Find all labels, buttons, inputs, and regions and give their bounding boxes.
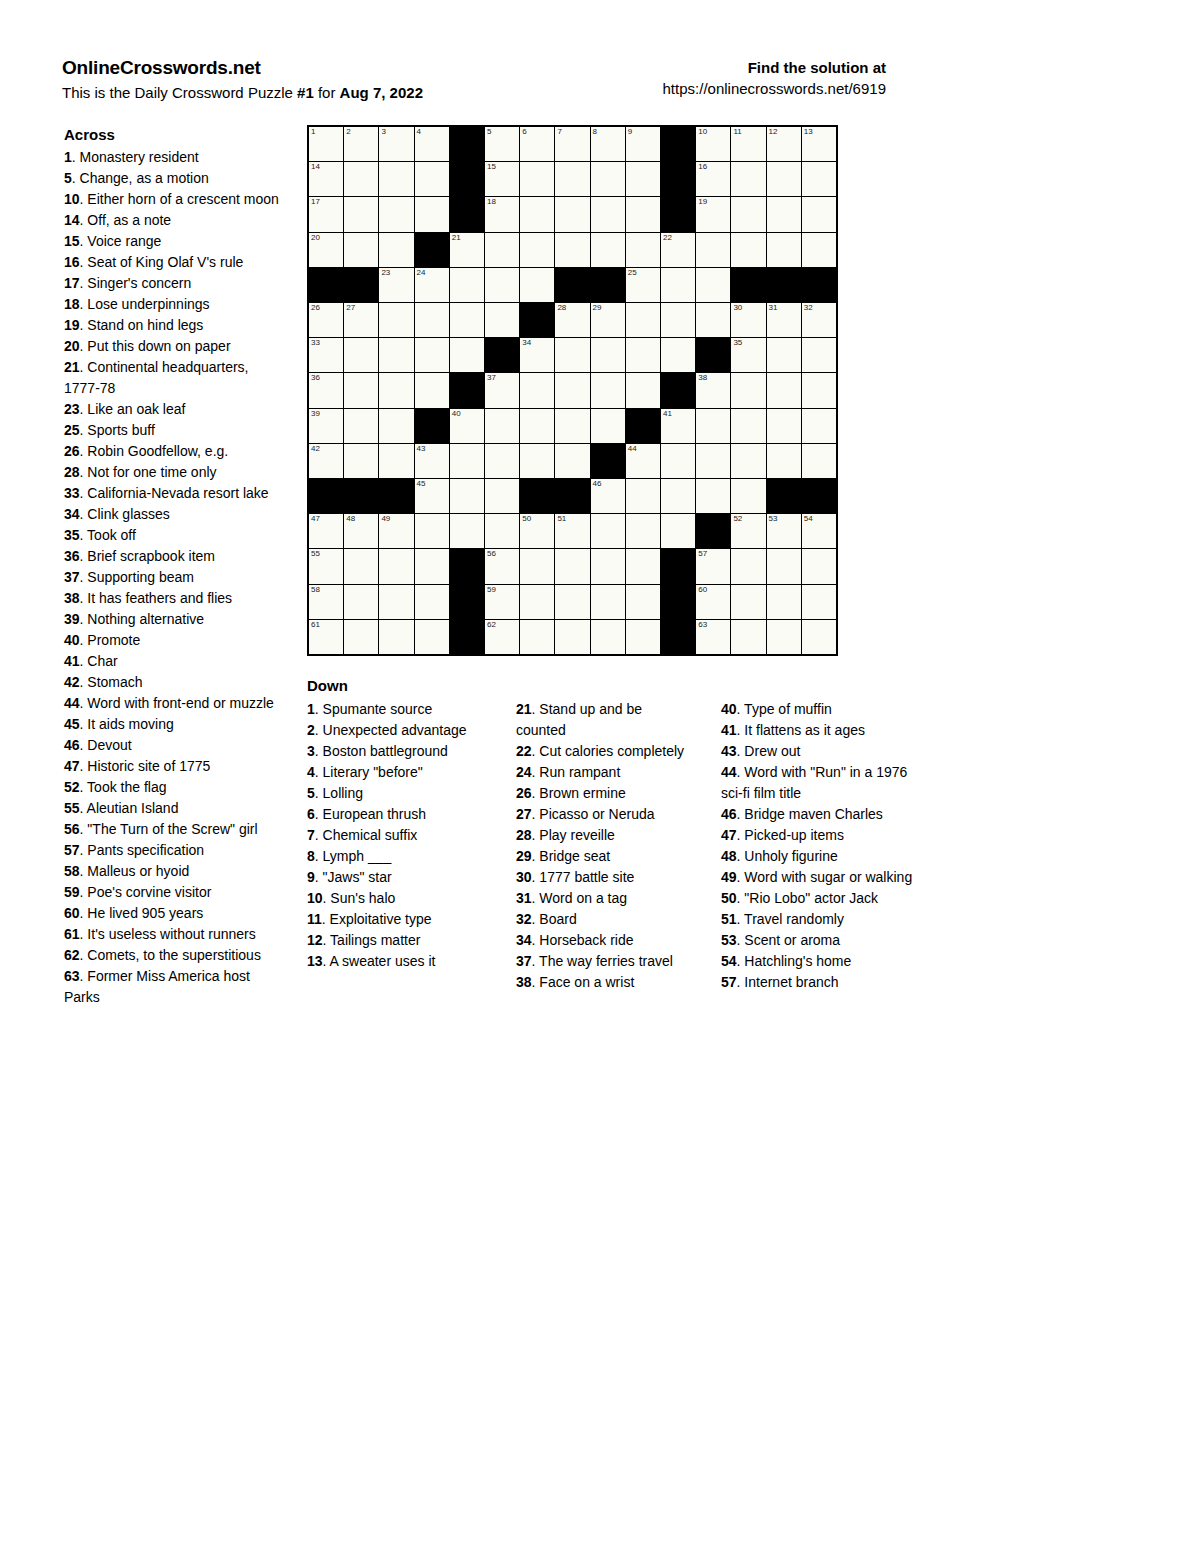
grid-cell	[520, 233, 554, 267]
clue-item: 34. Clink glasses	[64, 504, 282, 525]
clue-item: 1. Monastery resident	[64, 147, 282, 168]
grid-cell	[626, 338, 660, 372]
grid-cell	[802, 620, 836, 654]
grid-cell	[555, 197, 589, 231]
grid-cell-black	[731, 268, 765, 302]
grid-cell	[767, 549, 801, 583]
clue-number: 38	[516, 974, 532, 990]
clue-item: 27. Picasso or Neruda	[516, 804, 694, 825]
grid-cell	[661, 479, 695, 513]
cell-number: 51	[557, 514, 566, 524]
clue-number: 57	[64, 842, 80, 858]
clue-number: 19	[64, 317, 80, 333]
grid-cell	[767, 338, 801, 372]
cell-number: 39	[311, 409, 320, 419]
clue-item: 28. Play reveille	[516, 825, 694, 846]
grid-cell	[344, 620, 378, 654]
grid-cell: 28	[555, 303, 589, 337]
cell-number: 5	[487, 127, 491, 137]
grid-cell-black	[309, 479, 343, 513]
grid-cell	[344, 409, 378, 443]
solution-label: Find the solution at	[663, 59, 886, 76]
grid-cell	[344, 373, 378, 407]
cell-number: 24	[417, 268, 426, 278]
grid-cell-black	[696, 514, 730, 548]
grid-cell	[555, 233, 589, 267]
clue-number: 21	[516, 701, 532, 717]
grid-cell	[520, 549, 554, 583]
grid-cell	[485, 479, 519, 513]
grid-cell	[555, 585, 589, 619]
grid-cell	[379, 620, 413, 654]
grid-cell	[731, 162, 765, 196]
grid-cell	[626, 233, 660, 267]
grid-cell	[767, 162, 801, 196]
cell-number: 11	[733, 127, 741, 137]
cell-number: 25	[628, 268, 637, 278]
grid-cell	[591, 514, 625, 548]
clue-item: 46. Devout	[64, 735, 282, 756]
grid-cell	[661, 268, 695, 302]
clue-item: 57. Internet branch	[721, 972, 916, 993]
grid-cell	[767, 444, 801, 478]
down-clue-list-col1: 1. Spumante source2. Unexpected advantag…	[307, 699, 475, 972]
grid-cell	[626, 303, 660, 337]
grid-cell	[731, 620, 765, 654]
grid-cell	[520, 444, 554, 478]
grid-cell	[661, 444, 695, 478]
grid-cell	[696, 444, 730, 478]
grid-cell	[661, 514, 695, 548]
cell-number: 37	[487, 373, 496, 383]
clue-number: 48	[721, 848, 737, 864]
site-title: OnlineCrosswords.net	[62, 57, 261, 79]
cell-number: 18	[487, 197, 496, 207]
grid-cell	[555, 620, 589, 654]
cell-number: 14	[311, 162, 320, 172]
cell-number: 55	[311, 549, 320, 559]
grid-cell	[591, 585, 625, 619]
grid-cell	[379, 585, 413, 619]
grid-cell: 4	[415, 127, 449, 161]
grid-cell	[415, 197, 449, 231]
grid-cell: 13	[802, 127, 836, 161]
grid-cell	[591, 162, 625, 196]
clue-item: 38. Face on a wrist	[516, 972, 694, 993]
clue-number: 20	[64, 338, 80, 354]
grid-cell: 35	[731, 338, 765, 372]
grid-cell	[731, 409, 765, 443]
cell-number: 54	[804, 514, 813, 524]
clue-number: 15	[64, 233, 80, 249]
grid-cell-black	[767, 268, 801, 302]
grid-cell: 59	[485, 585, 519, 619]
cell-number: 8	[593, 127, 597, 137]
grid-cell	[415, 373, 449, 407]
grid-cell	[520, 620, 554, 654]
grid-cell	[731, 444, 765, 478]
grid-cell	[520, 268, 554, 302]
grid-cell	[344, 162, 378, 196]
grid-cell	[379, 444, 413, 478]
clue-number: 25	[64, 422, 80, 438]
grid-cell	[379, 373, 413, 407]
grid-cell	[696, 303, 730, 337]
clue-item: 51. Travel randomly	[721, 909, 916, 930]
clue-number: 55	[64, 800, 80, 816]
grid-cell: 20	[309, 233, 343, 267]
clue-item: 26. Brown ermine	[516, 783, 694, 804]
grid-cell: 37	[485, 373, 519, 407]
grid-cell-black	[450, 549, 484, 583]
clue-item: 8. Lymph ___	[307, 846, 475, 867]
grid-cell: 34	[520, 338, 554, 372]
clue-item: 43. Drew out	[721, 741, 916, 762]
grid-cell	[555, 338, 589, 372]
cell-number: 38	[698, 373, 707, 383]
cell-number: 53	[769, 514, 778, 524]
down-title: Down	[307, 677, 348, 694]
clue-item: 23. Like an oak leaf	[64, 399, 282, 420]
clue-item: 25. Sports buff	[64, 420, 282, 441]
grid-cell	[344, 585, 378, 619]
grid-cell	[555, 162, 589, 196]
grid-cell-black	[802, 268, 836, 302]
grid-cell: 27	[344, 303, 378, 337]
clue-number: 8	[307, 848, 315, 864]
clue-number: 10	[307, 890, 323, 906]
clue-number: 37	[516, 953, 532, 969]
grid-cell	[344, 197, 378, 231]
grid-cell: 31	[767, 303, 801, 337]
clue-item: 63. Former Miss America host Parks	[64, 966, 282, 1008]
cell-number: 9	[628, 127, 632, 137]
grid-cell: 23	[379, 268, 413, 302]
clue-number: 32	[516, 911, 532, 927]
clue-number: 46	[721, 806, 737, 822]
grid-cell: 60	[696, 585, 730, 619]
grid-cell	[767, 409, 801, 443]
clue-number: 46	[64, 737, 80, 753]
clue-number: 38	[64, 590, 80, 606]
grid-cell	[344, 338, 378, 372]
clue-number: 26	[64, 443, 80, 459]
grid-cell	[731, 479, 765, 513]
grid-cell	[520, 197, 554, 231]
clue-number: 50	[721, 890, 737, 906]
across-title: Across	[64, 126, 115, 143]
clue-item: 10. Sun's halo	[307, 888, 475, 909]
grid-cell	[731, 197, 765, 231]
subtitle-prefix: This is the Daily Crossword Puzzle	[62, 84, 297, 101]
grid-cell	[555, 409, 589, 443]
grid-cell	[661, 338, 695, 372]
clue-number: 45	[64, 716, 80, 732]
grid-cell	[591, 620, 625, 654]
grid-cell-black	[520, 303, 554, 337]
grid-cell	[485, 303, 519, 337]
grid-cell	[767, 233, 801, 267]
clue-number: 53	[721, 932, 737, 948]
clue-item: 7. Chemical suffix	[307, 825, 475, 846]
clue-number: 34	[64, 506, 80, 522]
grid-cell: 39	[309, 409, 343, 443]
cell-number: 21	[452, 233, 461, 243]
grid-cell	[485, 233, 519, 267]
grid-cell	[626, 479, 660, 513]
clue-number: 1	[307, 701, 315, 717]
clue-item: 10. Either horn of a crescent moon	[64, 189, 282, 210]
grid-cell	[731, 373, 765, 407]
grid-cell-black	[450, 585, 484, 619]
clue-number: 17	[64, 275, 80, 291]
clue-item: 45. It aids moving	[64, 714, 282, 735]
clue-number: 33	[64, 485, 80, 501]
clue-number: 57	[721, 974, 737, 990]
grid-cell: 53	[767, 514, 801, 548]
grid-cell	[696, 233, 730, 267]
clue-item: 33. California-Nevada resort lake	[64, 483, 282, 504]
clue-number: 11	[307, 911, 322, 927]
clue-number: 3	[307, 743, 315, 759]
grid-cell: 7	[555, 127, 589, 161]
grid-cell	[450, 338, 484, 372]
clue-item: 47. Historic site of 1775	[64, 756, 282, 777]
clue-item: 37. Supporting beam	[64, 567, 282, 588]
grid-cell-black	[379, 479, 413, 513]
cell-number: 43	[417, 444, 426, 454]
clue-number: 26	[516, 785, 532, 801]
clue-number: 4	[307, 764, 315, 780]
grid-cell-black	[450, 620, 484, 654]
grid-cell: 11	[731, 127, 765, 161]
clue-item: 11. Exploitative type	[307, 909, 475, 930]
cell-number: 17	[311, 197, 320, 207]
clue-item: 52. Took the flag	[64, 777, 282, 798]
clue-item: 15. Voice range	[64, 231, 282, 252]
cell-number: 33	[311, 338, 320, 348]
clue-item: 21. Stand up and be counted	[516, 699, 694, 741]
clue-number: 36	[64, 548, 80, 564]
grid-cell	[802, 373, 836, 407]
cell-number: 46	[593, 479, 602, 489]
cell-number: 45	[417, 479, 426, 489]
clue-item: 57. Pants specification	[64, 840, 282, 861]
cell-number: 36	[311, 373, 320, 383]
grid-cell: 56	[485, 549, 519, 583]
down-clue-list-col2: 21. Stand up and be counted22. Cut calor…	[516, 699, 694, 993]
clue-item: 58. Malleus or hyoid	[64, 861, 282, 882]
grid-cell	[520, 585, 554, 619]
clue-number: 23	[64, 401, 80, 417]
cell-number: 59	[487, 585, 496, 595]
cell-number: 56	[487, 549, 496, 559]
clue-item: 22. Cut calories completely	[516, 741, 694, 762]
grid-cell: 44	[626, 444, 660, 478]
grid-cell	[450, 303, 484, 337]
grid-cell	[379, 338, 413, 372]
clue-item: 28. Not for one time only	[64, 462, 282, 483]
grid-cell: 61	[309, 620, 343, 654]
grid-cell	[802, 409, 836, 443]
grid-cell-black	[661, 127, 695, 161]
clue-item: 5. Lolling	[307, 783, 475, 804]
grid-cell	[415, 514, 449, 548]
grid-cell: 2	[344, 127, 378, 161]
cell-number: 2	[346, 127, 350, 137]
clue-item: 37. The way ferries travel	[516, 951, 694, 972]
cell-number: 32	[804, 303, 813, 313]
grid-cell	[450, 268, 484, 302]
clue-item: 42. Stomach	[64, 672, 282, 693]
clue-number: 47	[721, 827, 737, 843]
grid-cell-black	[344, 268, 378, 302]
clue-item: 29. Bridge seat	[516, 846, 694, 867]
grid-cell: 57	[696, 549, 730, 583]
cell-number: 13	[804, 127, 813, 137]
cell-number: 34	[522, 338, 531, 348]
clue-item: 16. Seat of King Olaf V's rule	[64, 252, 282, 273]
clue-item: 20. Put this down on paper	[64, 336, 282, 357]
grid-cell-black	[555, 479, 589, 513]
grid-cell-black	[450, 127, 484, 161]
grid-cell: 33	[309, 338, 343, 372]
grid-cell-black	[450, 373, 484, 407]
grid-cell: 38	[696, 373, 730, 407]
grid-cell: 22	[661, 233, 695, 267]
grid-cell: 50	[520, 514, 554, 548]
grid-cell	[591, 197, 625, 231]
grid-cell	[520, 373, 554, 407]
clue-item: 12. Tailings matter	[307, 930, 475, 951]
grid-cell: 49	[379, 514, 413, 548]
grid-cell-black	[591, 444, 625, 478]
grid-cell: 55	[309, 549, 343, 583]
clue-item: 53. Scent or aroma	[721, 930, 916, 951]
cell-number: 29	[593, 303, 602, 313]
clue-item: 31. Word on a tag	[516, 888, 694, 909]
grid-cell	[731, 549, 765, 583]
cell-number: 61	[311, 620, 320, 630]
grid-cell	[485, 409, 519, 443]
clue-item: 24. Run rampant	[516, 762, 694, 783]
clue-item: 19. Stand on hind legs	[64, 315, 282, 336]
grid-cell	[379, 303, 413, 337]
grid-cell	[415, 303, 449, 337]
cell-number: 31	[769, 303, 778, 313]
grid-cell: 42	[309, 444, 343, 478]
clue-number: 63	[64, 968, 80, 984]
grid-cell	[520, 162, 554, 196]
clue-item: 6. European thrush	[307, 804, 475, 825]
clue-item: 39. Nothing alternative	[64, 609, 282, 630]
grid-cell	[591, 233, 625, 267]
clue-item: 46. Bridge maven Charles	[721, 804, 916, 825]
clue-item: 62. Comets, to the superstitious	[64, 945, 282, 966]
grid-cell: 18	[485, 197, 519, 231]
clue-item: 5. Change, as a motion	[64, 168, 282, 189]
clue-number: 29	[516, 848, 532, 864]
grid-cell-black	[802, 479, 836, 513]
grid-cell	[450, 479, 484, 513]
clue-item: 49. Word with sugar or walking	[721, 867, 916, 888]
clue-number: 6	[307, 806, 315, 822]
grid-cell-black	[344, 479, 378, 513]
clue-number: 12	[307, 932, 323, 948]
clue-number: 58	[64, 863, 80, 879]
grid-cell	[626, 514, 660, 548]
cell-number: 50	[522, 514, 531, 524]
clue-number: 40	[721, 701, 737, 717]
clue-number: 52	[64, 779, 80, 795]
grid-cell	[626, 197, 660, 231]
grid-cell: 25	[626, 268, 660, 302]
clue-item: 34. Horseback ride	[516, 930, 694, 951]
clue-number: 1	[64, 149, 72, 165]
grid-cell	[555, 444, 589, 478]
grid-cell: 10	[696, 127, 730, 161]
cell-number: 52	[733, 514, 742, 524]
grid-cell	[767, 197, 801, 231]
clue-number: 24	[516, 764, 532, 780]
grid-cell	[485, 444, 519, 478]
grid-cell: 1	[309, 127, 343, 161]
clue-item: 2. Unexpected advantage	[307, 720, 475, 741]
clue-number: 5	[307, 785, 315, 801]
page-subtitle: This is the Daily Crossword Puzzle #1 fo…	[62, 84, 423, 101]
clue-number: 44	[721, 764, 737, 780]
grid-cell	[344, 549, 378, 583]
clue-number: 30	[516, 869, 532, 885]
cell-number: 62	[487, 620, 496, 630]
grid-cell-black	[309, 268, 343, 302]
clue-number: 27	[516, 806, 532, 822]
clue-item: 35. Took off	[64, 525, 282, 546]
clue-number: 7	[307, 827, 315, 843]
cell-number: 27	[346, 303, 355, 313]
cell-number: 3	[381, 127, 385, 137]
cell-number: 20	[311, 233, 320, 243]
grid-cell: 32	[802, 303, 836, 337]
cell-number: 49	[381, 514, 390, 524]
clue-item: 36. Brief scrapbook item	[64, 546, 282, 567]
grid-cell	[696, 409, 730, 443]
clue-number: 56	[64, 821, 80, 837]
clue-number: 41	[64, 653, 80, 669]
grid-cell-black	[767, 479, 801, 513]
grid-cell	[626, 162, 660, 196]
grid-cell: 54	[802, 514, 836, 548]
grid-cell: 30	[731, 303, 765, 337]
clue-item: 48. Unholy figurine	[721, 846, 916, 867]
grid-cell-black	[415, 233, 449, 267]
clue-number: 37	[64, 569, 80, 585]
grid-cell	[802, 585, 836, 619]
grid-cell	[379, 197, 413, 231]
clue-number: 44	[64, 695, 80, 711]
clue-item: 44. Word with front-end or muzzle	[64, 693, 282, 714]
clue-item: 3. Boston battleground	[307, 741, 475, 762]
cell-number: 40	[452, 409, 461, 419]
clue-item: 17. Singer's concern	[64, 273, 282, 294]
grid-cell	[485, 268, 519, 302]
clue-number: 18	[64, 296, 80, 312]
clue-number: 28	[64, 464, 80, 480]
clue-number: 14	[64, 212, 80, 228]
grid-cell: 40	[450, 409, 484, 443]
clue-item: 55. Aleutian Island	[64, 798, 282, 819]
grid-cell	[731, 585, 765, 619]
